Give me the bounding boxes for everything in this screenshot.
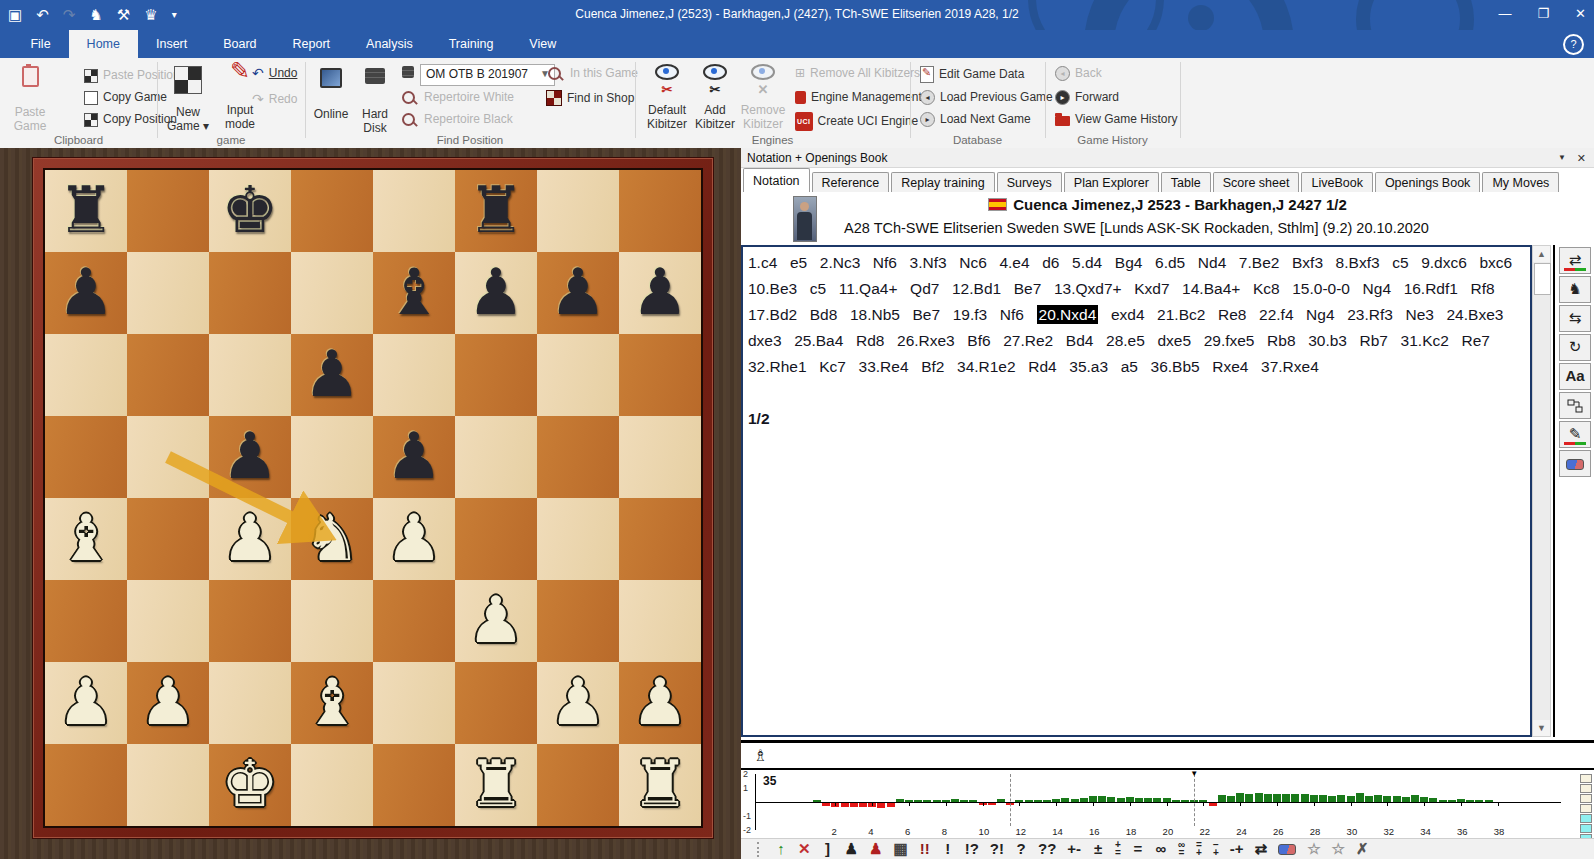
eval-bar-ply-32[interactable] [1098,796,1106,802]
eval-bar-ply-47[interactable] [1236,793,1244,802]
eval-bar-ply-54[interactable] [1301,794,1309,802]
square-a7[interactable]: ♟ [45,252,127,334]
eval-bar-ply-2[interactable] [822,803,830,806]
square-h1[interactable]: ♜ [619,744,701,826]
square-e6[interactable] [373,334,455,416]
square-b3[interactable] [127,580,209,662]
annotation-black-better[interactable]: −+ [1213,841,1219,857]
eval-bar-ply-36[interactable] [1135,798,1143,802]
x-tick [1203,802,1204,806]
square-f1[interactable]: ♜ [455,744,537,826]
square-g6[interactable] [537,334,619,416]
hard-disk-search-button[interactable]: Hard Disk [352,60,398,135]
annotation-good-move[interactable]: ! [942,840,954,858]
magnifier-icon [402,113,415,126]
ribbon-tab-training[interactable]: Training [431,30,512,58]
restore-button[interactable]: ❐ [1537,0,1549,28]
eval-bar-ply-57[interactable] [1328,796,1336,802]
square-c1[interactable]: ♚ [209,744,291,826]
notation-scrollbar[interactable]: ▲ ▼ [1532,245,1551,737]
help-icon[interactable]: ? [1563,34,1584,55]
square-a6[interactable] [45,334,127,416]
hard-disk-icon [365,68,385,84]
toolbar-drag-handle[interactable] [757,842,762,857]
minimize-button[interactable]: — [1498,0,1511,28]
eval-bar-ply-65[interactable] [1402,797,1410,802]
undo-button[interactable]: ↶ Undo [252,66,297,81]
square-b7[interactable] [127,252,209,334]
annotation-mistake[interactable]: ? [1015,840,1027,858]
ribbon-tab-home[interactable]: Home [69,30,138,58]
square-e3[interactable] [373,580,455,662]
shop-board-icon [546,90,562,106]
annotation-white-better[interactable]: ± [1092,840,1104,858]
load-next-game-button[interactable]: ▸ Load Next Game [920,112,1031,127]
repertoire-black-button: Repertoire Black [402,112,513,127]
panel-close-icon[interactable]: ✕ [1577,148,1586,168]
square-d2[interactable]: ♝ [291,662,373,744]
eval-bar-ply-72[interactable] [1466,800,1474,802]
reference-database-combo[interactable]: OM OTB B 201907 ▼ [420,64,555,86]
eval-bar-ply-48[interactable] [1245,794,1253,802]
x-tick [1093,802,1094,806]
board-icon [84,69,98,83]
piece-black-king[interactable]: ♚ [209,170,291,252]
square-c2[interactable] [209,662,291,744]
piece-black-pawn[interactable]: ♟ [291,334,373,416]
square-g7[interactable]: ♟ [537,252,619,334]
eval-bar-ply-30[interactable] [1080,798,1088,802]
piece-black-pawn[interactable]: ♟ [455,252,537,334]
legend-square [1580,794,1592,803]
eval-bar-ply-9[interactable] [887,803,895,807]
annotation-equal[interactable]: = [1132,840,1144,858]
eval-bar-ply-17[interactable] [960,800,968,802]
square-a5[interactable] [45,416,127,498]
redo-icon: ↷ [252,92,264,107]
piece-black-pawn[interactable]: ♟ [619,252,701,334]
scroll-up-button[interactable]: ▲ [1533,246,1550,262]
eval-bar-ply-1[interactable] [813,800,821,802]
x-tick-label: 38 [1494,826,1505,837]
square-f5[interactable] [455,416,537,498]
piece-black-pawn[interactable]: ♟ [209,416,291,498]
eval-bar-ply-44[interactable] [1209,803,1217,806]
square-e8[interactable] [373,170,455,252]
eval-bar-ply-33[interactable] [1107,797,1115,802]
legend-square [1580,774,1592,783]
square-f3[interactable]: ♟ [455,580,537,662]
reference-db-icon [402,66,414,78]
edit-game-data-button[interactable]: Edit Game Data [920,66,1024,83]
annotation-dubious-move[interactable]: ?! [990,840,1004,858]
chess-board: ♜♚♜♟♝♟♟♟♟♟♟♝♟♞♟♟♟♟♝♟♟♚♜♜ [45,170,701,826]
x-tick-label: 10 [979,826,990,837]
square-h2[interactable]: ♟ [619,662,701,744]
eval-bar-ply-61[interactable] [1365,796,1373,802]
eval-bar-ply-10[interactable] [896,799,904,802]
square-h8[interactable] [619,170,701,252]
square-g2[interactable]: ♟ [537,662,619,744]
annotation-delete-variation[interactable]: ✕ [798,840,811,858]
x-tick [1314,802,1315,806]
eval-bar-ply-55[interactable] [1310,795,1318,802]
square-e5[interactable]: ♟ [373,416,455,498]
piece-white-pawn[interactable]: ♟ [537,662,619,744]
eval-bar-ply-26[interactable] [1043,800,1051,802]
chessbase-window: ▣↶↷♞⚒♛▾ Cuenca Jimenez,J (2523) - Barkha… [0,0,1594,859]
annotation-insert-diagram[interactable]: ▦ [893,840,907,858]
square-a3[interactable] [45,580,127,662]
x-tick [1424,802,1425,806]
eval-bar-ply-58[interactable] [1337,795,1345,802]
piece-white-pawn[interactable]: ♟ [619,662,701,744]
panel-title-bar: Notation + Openings Book ▼ ✕ [741,148,1594,168]
scroll-thumb[interactable] [1534,263,1551,295]
square-e2[interactable] [373,662,455,744]
eraser-icon[interactable] [1559,450,1591,477]
piece-black-pawn[interactable]: ♟ [373,416,455,498]
square-c6[interactable] [209,334,291,416]
x-tick-label: 4 [868,826,873,837]
tab-livebook[interactable]: LiveBook [1301,172,1372,194]
square-c8[interactable]: ♚ [209,170,291,252]
current-move-marker: ▼ [1190,769,1198,778]
chart-corner-label: 35 [763,774,776,788]
tab-plan-explorer[interactable]: Plan Explorer [1064,172,1159,194]
eval-bar-ply-16[interactable] [951,799,959,802]
eval-bar-ply-40[interactable] [1172,800,1180,802]
piece-black-rook[interactable]: ♜ [45,170,127,252]
eval-bar-ply-49[interactable] [1255,793,1263,802]
scroll-down-button[interactable]: ▼ [1533,720,1550,736]
move-list[interactable]: 1.c4 e5 2.Nc3 Nf6 3.Nf3 Nc6 4.e4 d6 5.d4… [748,250,1525,732]
undo-icon: ↶ [252,66,264,81]
annotation-star-plus[interactable]: ☆ [1332,840,1345,858]
piece-white-bishop[interactable]: ♝ [45,498,127,580]
piece-black-pawn[interactable]: ♟ [45,252,127,334]
find-in-shop-button[interactable]: Find in Shop [546,90,634,106]
kibitzer-eye-icon [751,64,775,80]
ribbon-tab-analysis[interactable]: Analysis [348,30,431,58]
piece-white-rook[interactable]: ♜ [619,744,701,826]
tab-my-moves[interactable]: My Moves [1482,172,1559,194]
x-tick [1167,802,1168,806]
x-tick-label: 34 [1420,826,1431,837]
eval-bar-ply-56[interactable] [1319,795,1327,802]
eval-bar-ply-13[interactable] [923,800,931,802]
annotation-eraser[interactable] [1278,844,1296,855]
load-previous-game-button[interactable]: ◂ Load Previous Game [920,90,1053,105]
board-icon [84,113,98,127]
piece-white-rook[interactable]: ♜ [455,744,537,826]
chart-legend-squares [1580,774,1591,844]
pistons-icon: ✂ [642,83,692,96]
eval-bar-ply-69[interactable] [1439,800,1447,802]
eval-bar-ply-45[interactable] [1218,795,1226,802]
legend-square [1580,804,1592,813]
x-tick [1019,802,1020,806]
square-g1[interactable] [537,744,619,826]
tab-replay-training[interactable]: Replay training [891,172,994,194]
material-strip: ♗ [741,740,1594,770]
magnifier-icon [548,67,561,80]
eval-bar-ply-68[interactable] [1429,798,1437,802]
annotation-text-after-move[interactable]: ♟ [869,840,882,858]
square-b6[interactable] [127,334,209,416]
ribbon-tab-insert[interactable]: Insert [138,30,205,58]
magnifier-icon [402,91,415,104]
square-b1[interactable] [127,744,209,826]
square-h6[interactable] [619,334,701,416]
eval-bar-ply-62[interactable] [1374,795,1382,802]
x-tick [1277,802,1278,806]
square-a8[interactable]: ♜ [45,170,127,252]
square-c7[interactable] [209,252,291,334]
annotation-unclear[interactable]: ∞ [1155,840,1167,858]
eval-bar-ply-52[interactable] [1282,794,1290,802]
square-f2[interactable] [455,662,537,744]
annotation-white-winning[interactable]: +- [1067,840,1081,858]
y-tick-label: 2 [743,769,748,779]
square-d5[interactable] [291,416,373,498]
tab-reference[interactable]: Reference [812,172,890,194]
annotation-delete-annotations[interactable]: ✗ [1356,840,1369,858]
square-d8[interactable] [291,170,373,252]
copy-icon [84,91,98,105]
eval-bar-ply-12[interactable] [914,800,922,802]
eval-bar-ply-28[interactable] [1061,798,1069,802]
x-tick [872,802,873,806]
eval-bar-ply-74[interactable] [1485,800,1493,802]
remove-all-kibitzers-button: ⊞ Remove All Kibitzers [795,66,920,81]
eval-bar-ply-29[interactable] [1071,799,1079,802]
eval-bar-ply-53[interactable] [1291,794,1299,802]
piece-white-bishop[interactable]: ♝ [291,662,373,744]
eval-bar-ply-38[interactable] [1153,798,1161,802]
annotation-black-slightly-better[interactable]: =+ [1196,841,1202,857]
notation-side-toolbar: ⇄♞⇆↻Aa✎ [1559,247,1593,479]
eval-bar-ply-60[interactable] [1356,793,1364,802]
annotation-compensation[interactable]: ∞= [1178,841,1185,857]
x-tick-label: 6 [905,826,910,837]
x-tick [1461,802,1462,806]
eval-bar-ply-64[interactable] [1393,796,1401,802]
eval-bar-ply-51[interactable] [1273,794,1281,802]
annotation-counterplay[interactable]: ⇄ [1255,840,1268,858]
copy-game-button[interactable]: Copy Game [84,90,167,105]
kibitzer-eye-icon [655,64,679,80]
ribbon: Paste Game Paste Position Copy Game Copy… [0,58,1594,149]
eval-bar-ply-4[interactable] [841,803,849,807]
x-tick [1351,802,1352,806]
default-kibitzer-button[interactable]: ✂ Default Kibitzer [642,60,692,131]
variation-arrows-icon[interactable]: ⇄ [1559,247,1591,274]
piece-white-pawn[interactable]: ♟ [45,662,127,744]
window-title: Cuenca Jimenez,J (2523) - Barkhagen,J (2… [0,0,1594,28]
eval-bar-ply-46[interactable] [1227,796,1235,802]
y-tick-label: -2 [743,825,751,835]
square-h7[interactable]: ♟ [619,252,701,334]
square-g3[interactable] [537,580,619,662]
engine-management-button[interactable]: Engine Management [795,90,922,105]
piece-white-pawn[interactable]: ♟ [373,498,455,580]
tab-score-sheet[interactable]: Score sheet [1213,172,1300,194]
tab-notation[interactable]: Notation [743,168,810,194]
ribbon-tab-report[interactable]: Report [275,30,349,58]
eval-bar-ply-20[interactable] [988,803,996,805]
edit-page-icon [920,66,934,83]
square-b5[interactable] [127,416,209,498]
pencil-annotate-icon[interactable]: ✎ [1559,421,1591,448]
view-game-history-button[interactable]: View Game History [1055,112,1177,127]
eval-bar-ply-41[interactable] [1181,800,1189,802]
history-folder-icon [1055,116,1070,126]
annotation-text-before-move[interactable]: ♟ [845,840,858,858]
panel-collapse-icon[interactable]: ▼ [1558,148,1566,168]
paste-game-button: Paste Game [4,60,56,133]
eval-bar-ply-50[interactable] [1264,794,1272,802]
annotation-white-slightly-better[interactable]: += [1115,841,1121,857]
square-a4[interactable]: ♝ [45,498,127,580]
square-a2[interactable]: ♟ [45,662,127,744]
redo-button: ↷ Redo [252,92,297,107]
online-computer-icon [320,68,342,88]
square-h4[interactable] [619,498,701,580]
online-search-button[interactable]: Online [308,60,354,121]
piece-white-knight[interactable]: ♞ [291,498,373,580]
eval-bar-ply-14[interactable] [933,800,941,802]
x-tick-label: 20 [1163,826,1174,837]
annotation-end-variation-bracket[interactable]: ] [822,840,834,858]
eval-bar-ply-66[interactable] [1411,795,1419,802]
square-g5[interactable] [537,416,619,498]
ribbon-tab-view[interactable]: View [511,30,574,58]
piece-black-bishop[interactable]: ♝ [373,252,455,334]
find-position-group-label: Find Position [305,134,635,146]
ribbon-tab-board[interactable]: Board [205,30,274,58]
tab-table[interactable]: Table [1161,172,1211,194]
annotation-move-up-arrow[interactable]: ↑ [775,840,787,858]
square-c5[interactable]: ♟ [209,416,291,498]
tab-openings-book[interactable]: Openings Book [1375,172,1480,194]
notation-tabs: NotationReferenceReplay trainingSurveysP… [741,168,1594,193]
square-e4[interactable]: ♟ [373,498,455,580]
square-f4[interactable] [455,498,537,580]
panel-title: Notation + Openings Book [747,151,887,165]
annotation-very-good-move[interactable]: !! [919,840,931,858]
square-e1[interactable] [373,744,455,826]
square-c3[interactable] [209,580,291,662]
eval-bar-ply-5[interactable] [850,803,858,807]
square-g4[interactable] [537,498,619,580]
piece-black-rook[interactable]: ♜ [455,170,537,252]
new-game-button[interactable]: New Game ▾ [162,60,214,133]
square-d1[interactable] [291,744,373,826]
current-move[interactable]: 20.Nxd4 [1037,305,1099,324]
square-b8[interactable] [127,170,209,252]
piece-black-pawn[interactable]: ♟ [537,252,619,334]
eval-bar-ply-34[interactable] [1117,798,1125,802]
x-tick-label: 8 [942,826,947,837]
square-h3[interactable] [619,580,701,662]
eval-bar-ply-21[interactable] [997,799,1005,803]
eval-bar-ply-73[interactable] [1475,800,1483,802]
eval-bar-ply-6[interactable] [859,803,867,807]
moves-area[interactable]: 1.c4 e5 2.Nc3 Nf6 3.Nf3 Nc6 4.e4 d6 5.d4… [741,245,1532,737]
square-b2[interactable]: ♟ [127,662,209,744]
engine-icon [795,91,806,104]
ribbon-tab-file[interactable]: File [12,30,68,58]
font-size-icon[interactable]: Aa [1559,363,1591,390]
x-tick-label: 16 [1089,826,1100,837]
evaluation-chart[interactable]: 35 21-1-22468101214161820222426283032343… [741,770,1594,838]
piece-white-pawn[interactable]: ♟ [127,662,209,744]
legend-square [1580,814,1592,823]
back-button: ◂ Back [1055,66,1102,81]
square-a1[interactable] [45,744,127,826]
piece-white-pawn[interactable]: ♟ [455,580,537,662]
eval-bar-ply-8[interactable] [877,803,885,808]
variation-tree-icon[interactable] [1559,392,1591,419]
square-c4[interactable]: ♟ [209,498,291,580]
square-b4[interactable] [127,498,209,580]
in-this-game-button: In this Game [548,66,638,81]
game-header: Cuenca Jimenez,J 2523 - Barkhagen,J 2427… [741,192,1594,245]
uci-badge-icon: UCI [795,112,813,131]
piece-white-pawn[interactable]: ♟ [209,498,291,580]
book-marker-line [1194,774,1195,826]
add-kibitzer-button[interactable]: ✂ Add Kibitzer [690,60,740,131]
merge-lines-icon[interactable]: ⇆ [1559,305,1591,332]
eval-bar-ply-70[interactable] [1448,800,1456,802]
x-tick-label: 2 [831,826,836,837]
square-d6[interactable]: ♟ [291,334,373,416]
square-d7[interactable] [291,252,373,334]
eval-bar-ply-18[interactable] [969,800,977,802]
close-button[interactable]: ✕ [1575,0,1586,28]
create-uci-engine-button[interactable]: UCI Create UCI Engine [795,112,918,131]
square-f7[interactable]: ♟ [455,252,537,334]
eval-bar-ply-37[interactable] [1144,798,1152,802]
replay-icon[interactable]: ↻ [1559,334,1591,361]
eval-bar-ply-24[interactable] [1025,800,1033,802]
square-e7[interactable]: ♝ [373,252,455,334]
annotation-blunder[interactable]: ?? [1038,840,1056,858]
ribbon-tab-row: FileHomeInsertBoardReportAnalysisTrainin… [0,30,1594,58]
annotation-star-outline[interactable]: ☆ [1307,840,1320,858]
square-g8[interactable] [537,170,619,252]
square-d4[interactable]: ♞ [291,498,373,580]
forward-button[interactable]: ▸ Forward [1055,90,1119,105]
x-tick [1240,802,1241,806]
square-h5[interactable] [619,416,701,498]
square-f6[interactable] [455,334,537,416]
square-d3[interactable] [291,580,373,662]
tab-surveys[interactable]: Surveys [997,172,1062,194]
square-f8[interactable]: ♜ [455,170,537,252]
board-panel: ♜♚♜♟♝♟♟♟♟♟♟♝♟♞♟♟♟♟♝♟♟♚♜♜ [0,148,741,859]
previous-icon: ◂ [920,90,935,105]
piece-white-king[interactable]: ♚ [209,744,291,826]
x-tick [1056,802,1057,806]
x-tick [1130,802,1131,806]
annotation-black-winning[interactable]: -+ [1230,840,1244,858]
repertoire-white-button: Repertoire White [402,90,514,105]
eval-bar-ply-25[interactable] [1034,800,1042,802]
knight-annotation-icon[interactable]: ♞ [1559,276,1591,303]
annotation-interesting-move[interactable]: !? [965,840,979,858]
